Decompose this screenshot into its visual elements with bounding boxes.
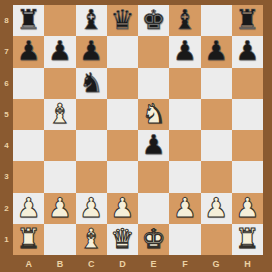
black-pawn[interactable]: ♟: [173, 37, 197, 64]
square-a6[interactable]: [13, 68, 44, 99]
square-e3[interactable]: [138, 161, 169, 192]
square-b7[interactable]: ♟: [44, 36, 75, 67]
white-queen[interactable]: ♛: [110, 225, 134, 252]
square-f4[interactable]: [169, 130, 200, 161]
white-pawn[interactable]: ♟: [79, 194, 103, 221]
chess-board-frame: 87654321 ♜♝♛♚♝♜♟♟♟♟♟♟♞♝♞♟♟♟♟♟♟♟♟♜♝♛♚♜ AB…: [0, 0, 272, 272]
square-b5[interactable]: ♝: [44, 99, 75, 130]
file-label-b: B: [44, 255, 75, 272]
file-label-c: C: [76, 255, 107, 272]
square-h4[interactable]: [232, 130, 263, 161]
square-g2[interactable]: ♟: [201, 193, 232, 224]
square-a2[interactable]: ♟: [13, 193, 44, 224]
black-pawn[interactable]: ♟: [235, 37, 259, 64]
black-queen[interactable]: ♛: [110, 6, 134, 33]
white-pawn[interactable]: ♟: [17, 194, 41, 221]
rank-label-8: 8: [0, 5, 13, 36]
white-rook[interactable]: ♜: [17, 225, 41, 252]
square-b3[interactable]: [44, 161, 75, 192]
square-e1[interactable]: ♚: [138, 224, 169, 255]
file-label-e: E: [138, 255, 169, 272]
file-label-g: G: [201, 255, 232, 272]
square-h5[interactable]: [232, 99, 263, 130]
black-pawn[interactable]: ♟: [48, 37, 72, 64]
square-h6[interactable]: [232, 68, 263, 99]
square-a4[interactable]: [13, 130, 44, 161]
rank-label-2: 2: [0, 193, 13, 224]
black-pawn[interactable]: ♟: [79, 37, 103, 64]
square-e5[interactable]: ♞: [138, 99, 169, 130]
square-d6[interactable]: [107, 68, 138, 99]
square-d2[interactable]: ♟: [107, 193, 138, 224]
white-bishop[interactable]: ♝: [79, 225, 103, 252]
rank-label-6: 6: [0, 68, 13, 99]
square-h3[interactable]: [232, 161, 263, 192]
square-b2[interactable]: ♟: [44, 193, 75, 224]
white-pawn[interactable]: ♟: [235, 194, 259, 221]
square-e6[interactable]: [138, 68, 169, 99]
square-g7[interactable]: ♟: [201, 36, 232, 67]
square-f3[interactable]: [169, 161, 200, 192]
square-f5[interactable]: [169, 99, 200, 130]
square-g3[interactable]: [201, 161, 232, 192]
file-label-h: H: [232, 255, 263, 272]
rank-label-5: 5: [0, 99, 13, 130]
square-f7[interactable]: ♟: [169, 36, 200, 67]
square-f6[interactable]: [169, 68, 200, 99]
square-g1[interactable]: [201, 224, 232, 255]
square-b6[interactable]: [44, 68, 75, 99]
square-a8[interactable]: ♜: [13, 5, 44, 36]
square-b8[interactable]: [44, 5, 75, 36]
square-d8[interactable]: ♛: [107, 5, 138, 36]
square-g6[interactable]: [201, 68, 232, 99]
rank-label-1: 1: [0, 224, 13, 255]
black-bishop[interactable]: ♝: [173, 6, 197, 33]
square-e4[interactable]: ♟: [138, 130, 169, 161]
white-bishop[interactable]: ♝: [48, 100, 72, 127]
black-pawn[interactable]: ♟: [17, 37, 41, 64]
rank-labels: 87654321: [0, 5, 13, 255]
white-pawn[interactable]: ♟: [204, 194, 228, 221]
black-rook[interactable]: ♜: [17, 6, 41, 33]
file-labels: ABCDEFGH: [13, 255, 263, 272]
square-c4[interactable]: [76, 130, 107, 161]
square-c7[interactable]: ♟: [76, 36, 107, 67]
square-e8[interactable]: ♚: [138, 5, 169, 36]
file-label-a: A: [13, 255, 44, 272]
square-f2[interactable]: ♟: [169, 193, 200, 224]
square-g4[interactable]: [201, 130, 232, 161]
square-h2[interactable]: ♟: [232, 193, 263, 224]
square-e7[interactable]: [138, 36, 169, 67]
square-g8[interactable]: [201, 5, 232, 36]
square-d1[interactable]: ♛: [107, 224, 138, 255]
square-c8[interactable]: ♝: [76, 5, 107, 36]
black-pawn[interactable]: ♟: [204, 37, 228, 64]
square-d5[interactable]: [107, 99, 138, 130]
square-d3[interactable]: [107, 161, 138, 192]
square-h7[interactable]: ♟: [232, 36, 263, 67]
rank-label-3: 3: [0, 161, 13, 192]
square-c5[interactable]: [76, 99, 107, 130]
square-a3[interactable]: [13, 161, 44, 192]
square-d7[interactable]: [107, 36, 138, 67]
black-rook[interactable]: ♜: [235, 6, 259, 33]
square-h1[interactable]: ♜: [232, 224, 263, 255]
square-f1[interactable]: [169, 224, 200, 255]
square-a5[interactable]: [13, 99, 44, 130]
square-b4[interactable]: [44, 130, 75, 161]
file-label-d: D: [107, 255, 138, 272]
black-pawn[interactable]: ♟: [142, 131, 166, 158]
white-pawn[interactable]: ♟: [110, 194, 134, 221]
file-label-f: F: [169, 255, 200, 272]
black-bishop[interactable]: ♝: [79, 6, 103, 33]
white-knight[interactable]: ♞: [142, 100, 166, 127]
rank-label-7: 7: [0, 36, 13, 67]
square-f8[interactable]: ♝: [169, 5, 200, 36]
rank-label-4: 4: [0, 130, 13, 161]
black-king[interactable]: ♚: [142, 6, 166, 33]
square-c1[interactable]: ♝: [76, 224, 107, 255]
chess-board: ♜♝♛♚♝♜♟♟♟♟♟♟♞♝♞♟♟♟♟♟♟♟♟♜♝♛♚♜: [13, 5, 263, 255]
square-a7[interactable]: ♟: [13, 36, 44, 67]
square-c2[interactable]: ♟: [76, 193, 107, 224]
white-rook[interactable]: ♜: [235, 225, 259, 252]
square-h8[interactable]: ♜: [232, 5, 263, 36]
square-a1[interactable]: ♜: [13, 224, 44, 255]
white-pawn[interactable]: ♟: [48, 194, 72, 221]
white-king[interactable]: ♚: [142, 225, 166, 252]
square-c6[interactable]: ♞: [76, 68, 107, 99]
black-knight[interactable]: ♞: [79, 69, 103, 96]
square-g5[interactable]: [201, 99, 232, 130]
square-d4[interactable]: [107, 130, 138, 161]
white-pawn[interactable]: ♟: [173, 194, 197, 221]
square-b1[interactable]: [44, 224, 75, 255]
square-c3[interactable]: [76, 161, 107, 192]
square-e2[interactable]: [138, 193, 169, 224]
